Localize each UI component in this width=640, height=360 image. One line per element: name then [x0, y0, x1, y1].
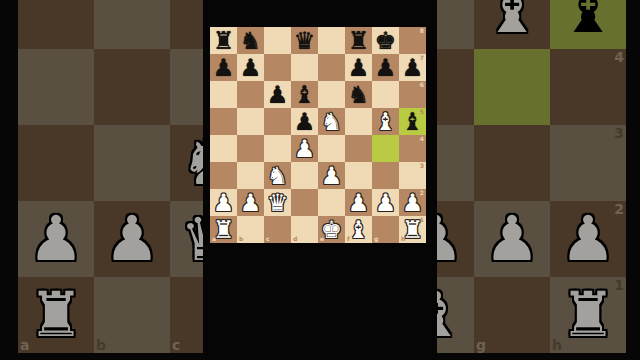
- square-h2[interactable]: ♟2: [399, 189, 426, 216]
- white-pawn-b2[interactable]: ♟: [240, 191, 262, 215]
- square-a4[interactable]: [210, 135, 237, 162]
- white-pawn-e3[interactable]: ♟: [321, 164, 343, 188]
- square-h4[interactable]: 4: [399, 135, 426, 162]
- square-a3[interactable]: [210, 162, 237, 189]
- square-h5[interactable]: ♝5: [399, 108, 426, 135]
- black-rook-a8[interactable]: ♜: [213, 29, 235, 53]
- black-knight-b8[interactable]: ♞: [240, 29, 262, 53]
- square-g3[interactable]: [372, 162, 399, 189]
- square-d2[interactable]: [291, 189, 318, 216]
- black-pawn-g7[interactable]: ♟: [375, 56, 397, 80]
- square-g4-bg: [474, 49, 550, 125]
- square-b3[interactable]: [237, 162, 264, 189]
- file-label-h-bg: h: [552, 338, 562, 352]
- square-a6[interactable]: [210, 81, 237, 108]
- square-c7[interactable]: [264, 54, 291, 81]
- black-bishop-d6[interactable]: ♝: [294, 83, 316, 107]
- square-h1[interactable]: ♜1h: [399, 216, 426, 243]
- black-queen-d8[interactable]: ♛: [294, 29, 316, 53]
- square-a3-bg: [18, 125, 94, 201]
- square-c6[interactable]: ♟: [264, 81, 291, 108]
- square-d5[interactable]: ♟: [291, 108, 318, 135]
- rank-label-7: 7: [420, 55, 424, 61]
- square-e2[interactable]: [318, 189, 345, 216]
- square-b7[interactable]: ♟: [237, 54, 264, 81]
- square-g2-bg: ♟: [474, 201, 550, 277]
- square-g4[interactable]: [372, 135, 399, 162]
- square-e4[interactable]: [318, 135, 345, 162]
- square-a8[interactable]: ♜: [210, 27, 237, 54]
- square-b5[interactable]: [237, 108, 264, 135]
- white-pawn-h2-bg: ♟: [560, 208, 616, 270]
- square-d1[interactable]: d: [291, 216, 318, 243]
- file-label-a-bg: a: [20, 338, 29, 352]
- square-a5[interactable]: [210, 108, 237, 135]
- square-b3-bg: [94, 125, 170, 201]
- rank-label-2-bg: 2: [614, 202, 624, 216]
- square-c3[interactable]: ♞: [264, 162, 291, 189]
- square-h4-bg: 4: [550, 49, 626, 125]
- black-knight-f6[interactable]: ♞: [348, 83, 370, 107]
- square-f1[interactable]: ♝f: [345, 216, 372, 243]
- chess-board[interactable]: ♜♞♛♜♚8♟♟♟♟♟7♟♝♞6♟♞♝♝5♟4♞♟3♟♟♛♟♟♟2♜abcd♚e…: [210, 27, 426, 243]
- white-pawn-a2[interactable]: ♟: [213, 191, 235, 215]
- square-h3[interactable]: 3: [399, 162, 426, 189]
- square-a1-bg: ♜a: [18, 277, 94, 353]
- white-rook-h1-bg: ♜: [560, 284, 616, 346]
- square-b2[interactable]: ♟: [237, 189, 264, 216]
- file-label-e: e: [320, 236, 324, 242]
- square-d6[interactable]: ♝: [291, 81, 318, 108]
- square-e1[interactable]: ♚e: [318, 216, 345, 243]
- square-b8[interactable]: ♞: [237, 27, 264, 54]
- square-b1-bg: b: [94, 277, 170, 353]
- square-b5-bg: [94, 0, 170, 49]
- square-f2[interactable]: ♟: [345, 189, 372, 216]
- square-e3[interactable]: ♟: [318, 162, 345, 189]
- file-label-b: b: [239, 236, 243, 242]
- square-a1[interactable]: ♜a: [210, 216, 237, 243]
- white-pawn-f2[interactable]: ♟: [348, 191, 370, 215]
- square-g1-bg: g: [474, 277, 550, 353]
- file-label-d: d: [293, 236, 297, 242]
- rank-label-6: 6: [420, 82, 424, 88]
- square-h5-bg: ♝5: [550, 0, 626, 49]
- square-g5-bg: ♝: [474, 0, 550, 49]
- square-b2-bg: ♟: [94, 201, 170, 277]
- square-g2[interactable]: ♟: [372, 189, 399, 216]
- square-g6[interactable]: [372, 81, 399, 108]
- square-g8[interactable]: ♚: [372, 27, 399, 54]
- white-rook-a1-bg: ♜: [28, 284, 84, 346]
- white-knight-c3[interactable]: ♞: [267, 164, 289, 188]
- square-f8[interactable]: ♜: [345, 27, 372, 54]
- square-c8[interactable]: [264, 27, 291, 54]
- square-f7[interactable]: ♟: [345, 54, 372, 81]
- black-pawn-c6[interactable]: ♟: [267, 83, 289, 107]
- white-pawn-d4[interactable]: ♟: [294, 137, 316, 161]
- black-rook-f8[interactable]: ♜: [348, 29, 370, 53]
- black-pawn-d5[interactable]: ♟: [294, 110, 316, 134]
- square-h1-bg: ♜1h: [550, 277, 626, 353]
- square-f6[interactable]: ♞: [345, 81, 372, 108]
- square-a7[interactable]: ♟: [210, 54, 237, 81]
- square-d4[interactable]: ♟: [291, 135, 318, 162]
- black-bishop-h5-bg: ♝: [560, 0, 616, 42]
- square-a5-bg: [18, 0, 94, 49]
- square-h3-bg: 3: [550, 125, 626, 201]
- square-f4[interactable]: [345, 135, 372, 162]
- square-f5[interactable]: [345, 108, 372, 135]
- rank-label-8: 8: [420, 28, 424, 34]
- black-pawn-b7[interactable]: ♟: [240, 56, 262, 80]
- square-d8[interactable]: ♛: [291, 27, 318, 54]
- square-c5[interactable]: [264, 108, 291, 135]
- white-pawn-a2-bg: ♟: [28, 208, 84, 270]
- square-d3[interactable]: [291, 162, 318, 189]
- square-g5[interactable]: ♝: [372, 108, 399, 135]
- square-e6[interactable]: [318, 81, 345, 108]
- rank-label-4-bg: 4: [614, 50, 624, 64]
- square-e5[interactable]: ♞: [318, 108, 345, 135]
- black-pawn-f7[interactable]: ♟: [348, 56, 370, 80]
- file-label-b-bg: b: [96, 338, 106, 352]
- square-b4[interactable]: [237, 135, 264, 162]
- rank-label-5: 5: [420, 109, 424, 115]
- white-bishop-g5-bg: ♝: [484, 0, 540, 42]
- square-a2[interactable]: ♟: [210, 189, 237, 216]
- square-h7[interactable]: ♟7: [399, 54, 426, 81]
- file-label-f: f: [347, 236, 350, 242]
- video-frame: ♜♞♛♜♚8♟♟♟♟♟7♟♝♞6♟♞♝♝5♟4♞♟3♟♟♛♟♟♟2♜abcd♚e…: [0, 0, 640, 360]
- rank-label-1-bg: 1: [614, 278, 624, 292]
- white-pawn-b2-bg: ♟: [104, 208, 160, 270]
- white-bishop-g5[interactable]: ♝: [375, 110, 397, 134]
- file-label-h: h: [401, 236, 405, 242]
- file-label-c: c: [266, 236, 270, 242]
- white-queen-c2[interactable]: ♛: [267, 191, 289, 215]
- square-g3-bg: [474, 125, 550, 201]
- square-e8[interactable]: [318, 27, 345, 54]
- rank-label-3: 3: [420, 163, 424, 169]
- square-f3[interactable]: [345, 162, 372, 189]
- square-a4-bg: [18, 49, 94, 125]
- square-c1[interactable]: c: [264, 216, 291, 243]
- black-pawn-a7[interactable]: ♟: [213, 56, 235, 80]
- square-h2-bg: ♟2: [550, 201, 626, 277]
- rank-label-2: 2: [420, 190, 424, 196]
- black-king-g8[interactable]: ♚: [375, 29, 397, 53]
- square-h8[interactable]: 8: [399, 27, 426, 54]
- white-bishop-f1[interactable]: ♝: [348, 218, 370, 242]
- file-label-c-bg: c: [172, 338, 180, 352]
- white-pawn-g2[interactable]: ♟: [375, 191, 397, 215]
- square-d7[interactable]: [291, 54, 318, 81]
- square-g1[interactable]: g: [372, 216, 399, 243]
- square-c2[interactable]: ♛: [264, 189, 291, 216]
- rank-label-3-bg: 3: [614, 126, 624, 140]
- square-a2-bg: ♟: [18, 201, 94, 277]
- file-label-g: g: [374, 236, 378, 242]
- white-pawn-g2-bg: ♟: [484, 208, 540, 270]
- square-b1[interactable]: b: [237, 216, 264, 243]
- square-b4-bg: [94, 49, 170, 125]
- file-label-a: a: [212, 236, 216, 242]
- white-knight-e5[interactable]: ♞: [321, 110, 343, 134]
- square-h6[interactable]: 6: [399, 81, 426, 108]
- rank-label-4: 4: [420, 136, 424, 142]
- file-label-g-bg: g: [476, 338, 486, 352]
- rank-label-1: 1: [420, 217, 424, 223]
- square-e7[interactable]: [318, 54, 345, 81]
- square-b6[interactable]: [237, 81, 264, 108]
- square-g7[interactable]: ♟: [372, 54, 399, 81]
- square-c4[interactable]: [264, 135, 291, 162]
